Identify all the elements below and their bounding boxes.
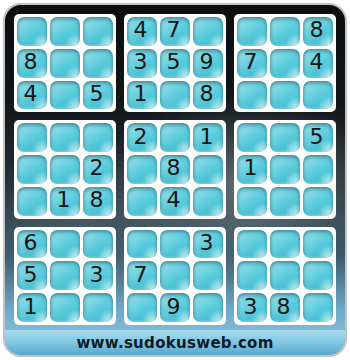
cell-r6c3[interactable]: 8 bbox=[83, 187, 113, 216]
cell-r9c4[interactable] bbox=[127, 293, 157, 322]
cell-r2c1[interactable]: 8 bbox=[17, 49, 47, 78]
box-9: 38 bbox=[234, 227, 336, 325]
cell-r9c8[interactable]: 8 bbox=[270, 293, 300, 322]
cell-r2c4[interactable]: 3 bbox=[127, 49, 157, 78]
cell-r1c4[interactable]: 4 bbox=[127, 17, 157, 46]
cell-r1c9[interactable]: 8 bbox=[303, 17, 333, 46]
cell-r4c2[interactable] bbox=[50, 123, 80, 152]
box-4: 218 bbox=[14, 120, 116, 218]
cell-r5c5[interactable]: 8 bbox=[160, 155, 190, 184]
cell-r5c3[interactable]: 2 bbox=[83, 155, 113, 184]
cell-r4c6[interactable]: 1 bbox=[193, 123, 223, 152]
box-1: 845 bbox=[14, 14, 116, 112]
cell-r3c3[interactable]: 5 bbox=[83, 81, 113, 110]
cell-r2c6[interactable]: 9 bbox=[193, 49, 223, 78]
cell-r8c3[interactable]: 3 bbox=[83, 261, 113, 290]
cell-r8c9[interactable] bbox=[303, 261, 333, 290]
cell-r9c1[interactable]: 1 bbox=[17, 293, 47, 322]
cell-r3c2[interactable] bbox=[50, 81, 80, 110]
box-7: 6531 bbox=[14, 227, 116, 325]
cell-r9c5[interactable]: 9 bbox=[160, 293, 190, 322]
cell-r2c9[interactable]: 4 bbox=[303, 49, 333, 78]
cell-r8c5[interactable] bbox=[160, 261, 190, 290]
cell-r7c7[interactable] bbox=[237, 230, 267, 259]
box-6: 51 bbox=[234, 120, 336, 218]
cell-r6c2[interactable]: 1 bbox=[50, 187, 80, 216]
cell-r5c9[interactable] bbox=[303, 155, 333, 184]
cell-r7c3[interactable] bbox=[83, 230, 113, 259]
box-2: 4735918 bbox=[124, 14, 226, 112]
cell-r7c5[interactable] bbox=[160, 230, 190, 259]
cell-r1c2[interactable] bbox=[50, 17, 80, 46]
cell-r1c7[interactable] bbox=[237, 17, 267, 46]
cell-r9c2[interactable] bbox=[50, 293, 80, 322]
cell-r1c1[interactable] bbox=[17, 17, 47, 46]
box-8: 379 bbox=[124, 227, 226, 325]
cell-r2c8[interactable] bbox=[270, 49, 300, 78]
cell-r4c5[interactable] bbox=[160, 123, 190, 152]
cell-r4c3[interactable] bbox=[83, 123, 113, 152]
cell-r3c5[interactable] bbox=[160, 81, 190, 110]
cell-r7c9[interactable] bbox=[303, 230, 333, 259]
cell-r3c7[interactable] bbox=[237, 81, 267, 110]
cell-r8c8[interactable] bbox=[270, 261, 300, 290]
cell-r9c6[interactable] bbox=[193, 293, 223, 322]
cell-r2c5[interactable]: 5 bbox=[160, 49, 190, 78]
cell-r8c1[interactable]: 5 bbox=[17, 261, 47, 290]
cell-r3c8[interactable] bbox=[270, 81, 300, 110]
cell-r9c3[interactable] bbox=[83, 293, 113, 322]
cell-r1c5[interactable]: 7 bbox=[160, 17, 190, 46]
cell-r7c2[interactable] bbox=[50, 230, 80, 259]
cell-r7c8[interactable] bbox=[270, 230, 300, 259]
cell-r5c6[interactable] bbox=[193, 155, 223, 184]
cell-r3c4[interactable]: 1 bbox=[127, 81, 157, 110]
cell-r4c1[interactable] bbox=[17, 123, 47, 152]
cell-r4c4[interactable]: 2 bbox=[127, 123, 157, 152]
cell-r7c4[interactable] bbox=[127, 230, 157, 259]
cell-r4c7[interactable] bbox=[237, 123, 267, 152]
sudoku-grid: 8454735918874218218451653137938 bbox=[14, 14, 336, 325]
box-3: 874 bbox=[234, 14, 336, 112]
cell-r8c4[interactable]: 7 bbox=[127, 261, 157, 290]
sudoku-board-frame: 8454735918874218218451653137938 www.sudo… bbox=[3, 3, 347, 357]
cell-r5c4[interactable] bbox=[127, 155, 157, 184]
cell-r4c9[interactable]: 5 bbox=[303, 123, 333, 152]
cell-r6c4[interactable] bbox=[127, 187, 157, 216]
cell-r5c8[interactable] bbox=[270, 155, 300, 184]
cell-r3c6[interactable]: 8 bbox=[193, 81, 223, 110]
cell-r5c7[interactable]: 1 bbox=[237, 155, 267, 184]
cell-r6c6[interactable] bbox=[193, 187, 223, 216]
cell-r7c6[interactable]: 3 bbox=[193, 230, 223, 259]
cell-r9c7[interactable]: 3 bbox=[237, 293, 267, 322]
cell-r6c1[interactable] bbox=[17, 187, 47, 216]
cell-r6c8[interactable] bbox=[270, 187, 300, 216]
cell-r2c3[interactable] bbox=[83, 49, 113, 78]
cell-r5c1[interactable] bbox=[17, 155, 47, 184]
footer-bar: www.sudokusweb.com bbox=[5, 330, 345, 355]
cell-r2c2[interactable] bbox=[50, 49, 80, 78]
cell-r8c2[interactable] bbox=[50, 261, 80, 290]
cell-r9c9[interactable] bbox=[303, 293, 333, 322]
cell-r3c1[interactable]: 4 bbox=[17, 81, 47, 110]
cell-r1c6[interactable] bbox=[193, 17, 223, 46]
cell-r6c7[interactable] bbox=[237, 187, 267, 216]
cell-r6c9[interactable] bbox=[303, 187, 333, 216]
cell-r8c7[interactable] bbox=[237, 261, 267, 290]
cell-r3c9[interactable] bbox=[303, 81, 333, 110]
cell-r2c7[interactable]: 7 bbox=[237, 49, 267, 78]
cell-r6c5[interactable]: 4 bbox=[160, 187, 190, 216]
website-link[interactable]: www.sudokusweb.com bbox=[76, 334, 273, 352]
cell-r1c8[interactable] bbox=[270, 17, 300, 46]
cell-r5c2[interactable] bbox=[50, 155, 80, 184]
cell-r8c6[interactable] bbox=[193, 261, 223, 290]
cell-r7c1[interactable]: 6 bbox=[17, 230, 47, 259]
box-5: 2184 bbox=[124, 120, 226, 218]
cell-r4c8[interactable] bbox=[270, 123, 300, 152]
cell-r1c3[interactable] bbox=[83, 17, 113, 46]
